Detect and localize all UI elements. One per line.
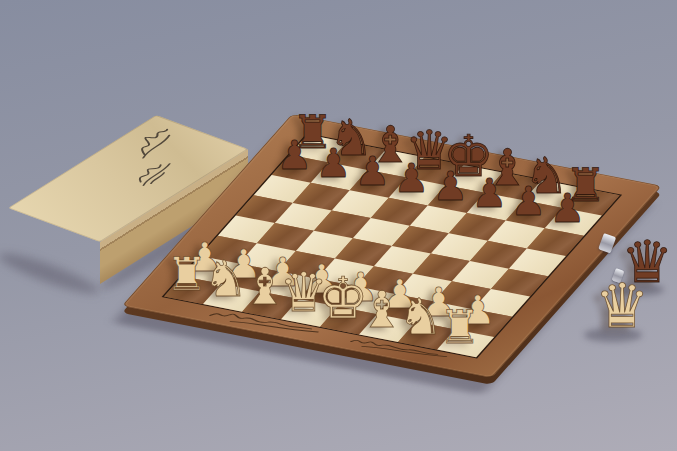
piece-white-rook-h1[interactable]: ♜ xyxy=(425,304,495,350)
spare-white-queen[interactable]: ♛ xyxy=(592,275,652,336)
box-signature-icon xyxy=(123,158,184,189)
scene: ♜♞♝♛♚♝♞♜♟♟♟♟♟♟♟♟♟♟♟♟♟♟♟♟♜♞♝♛♚♝♞♜ ♛ ♛ xyxy=(0,0,677,451)
piece-black-pawn-h7[interactable]: ♟ xyxy=(532,188,602,228)
box-signature-icon xyxy=(113,124,191,163)
